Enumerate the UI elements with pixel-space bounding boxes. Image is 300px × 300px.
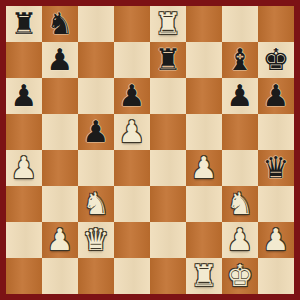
square-b1[interactable] [42,258,78,294]
square-h4[interactable]: ♛ [258,150,294,186]
square-a1[interactable] [6,258,42,294]
chess-board: ♜♞♜♟♜♝♚♟♟♟♟♟♟♟♟♛♞♞♟♛♟♟♜♚ [6,6,294,294]
white-pawn-g2: ♟ [222,222,258,258]
black-king-h7: ♚ [258,42,294,78]
white-rook-e8: ♜ [150,6,186,42]
square-b8[interactable]: ♞ [42,6,78,42]
square-b5[interactable] [42,114,78,150]
white-pawn-a4: ♟ [6,150,42,186]
square-b6[interactable] [42,78,78,114]
white-knight-g3: ♞ [222,186,258,222]
square-h3[interactable] [258,186,294,222]
white-pawn-f4: ♟ [186,150,222,186]
black-rook-e7: ♜ [150,42,186,78]
square-h8[interactable] [258,6,294,42]
square-h6[interactable]: ♟ [258,78,294,114]
square-c1[interactable] [78,258,114,294]
square-g5[interactable] [222,114,258,150]
square-c5[interactable]: ♟ [78,114,114,150]
square-a2[interactable] [6,222,42,258]
black-pawn-d6: ♟ [114,78,150,114]
white-pawn-b2: ♟ [42,222,78,258]
square-d7[interactable] [114,42,150,78]
white-king-g1: ♚ [222,258,258,294]
black-bishop-g7: ♝ [222,42,258,78]
square-f3[interactable] [186,186,222,222]
square-g1[interactable]: ♚ [222,258,258,294]
square-h1[interactable] [258,258,294,294]
square-d3[interactable] [114,186,150,222]
square-e3[interactable] [150,186,186,222]
black-pawn-c5: ♟ [78,114,114,150]
black-pawn-a6: ♟ [6,78,42,114]
white-pawn-d5: ♟ [114,114,150,150]
square-f4[interactable]: ♟ [186,150,222,186]
square-c8[interactable] [78,6,114,42]
square-b2[interactable]: ♟ [42,222,78,258]
square-c6[interactable] [78,78,114,114]
black-pawn-g6: ♟ [222,78,258,114]
white-knight-c3: ♞ [78,186,114,222]
square-a6[interactable]: ♟ [6,78,42,114]
square-e4[interactable] [150,150,186,186]
square-f6[interactable] [186,78,222,114]
square-e1[interactable] [150,258,186,294]
square-d5[interactable]: ♟ [114,114,150,150]
square-c4[interactable] [78,150,114,186]
square-a7[interactable] [6,42,42,78]
square-g4[interactable] [222,150,258,186]
square-f5[interactable] [186,114,222,150]
square-h5[interactable] [258,114,294,150]
square-c3[interactable]: ♞ [78,186,114,222]
square-e7[interactable]: ♜ [150,42,186,78]
square-c7[interactable] [78,42,114,78]
square-b4[interactable] [42,150,78,186]
black-pawn-b7: ♟ [42,42,78,78]
black-queen-h4: ♛ [258,150,294,186]
square-d8[interactable] [114,6,150,42]
square-c2[interactable]: ♛ [78,222,114,258]
square-d1[interactable] [114,258,150,294]
square-a4[interactable]: ♟ [6,150,42,186]
square-e2[interactable] [150,222,186,258]
square-e6[interactable] [150,78,186,114]
black-rook-a8: ♜ [6,6,42,42]
square-a8[interactable]: ♜ [6,6,42,42]
square-f2[interactable] [186,222,222,258]
square-a5[interactable] [6,114,42,150]
square-h2[interactable]: ♟ [258,222,294,258]
square-d2[interactable] [114,222,150,258]
square-g6[interactable]: ♟ [222,78,258,114]
square-b7[interactable]: ♟ [42,42,78,78]
square-d4[interactable] [114,150,150,186]
square-h7[interactable]: ♚ [258,42,294,78]
black-pawn-h6: ♟ [258,78,294,114]
white-queen-c2: ♛ [78,222,114,258]
black-knight-b8: ♞ [42,6,78,42]
square-g2[interactable]: ♟ [222,222,258,258]
square-e8[interactable]: ♜ [150,6,186,42]
square-a3[interactable] [6,186,42,222]
square-b3[interactable] [42,186,78,222]
board-frame: ♜♞♜♟♜♝♚♟♟♟♟♟♟♟♟♛♞♞♟♛♟♟♜♚ [0,0,300,300]
white-pawn-h2: ♟ [258,222,294,258]
square-f7[interactable] [186,42,222,78]
square-g8[interactable] [222,6,258,42]
square-g3[interactable]: ♞ [222,186,258,222]
square-d6[interactable]: ♟ [114,78,150,114]
square-e5[interactable] [150,114,186,150]
square-f8[interactable] [186,6,222,42]
square-f1[interactable]: ♜ [186,258,222,294]
white-rook-f1: ♜ [186,258,222,294]
square-g7[interactable]: ♝ [222,42,258,78]
